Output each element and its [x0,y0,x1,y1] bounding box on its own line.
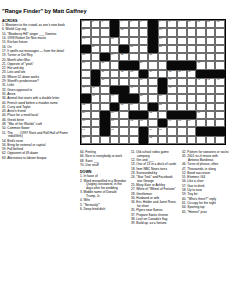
cell-number: 52 [82,104,85,107]
grid-cell[interactable]: 71 [81,136,91,144]
cell-number: 47 [169,87,172,90]
grid-cell[interactable]: 45 [91,86,101,94]
grid-cell[interactable] [119,119,129,127]
grid-cell[interactable]: 57 [110,111,120,119]
grid-cell-black [119,45,129,53]
cell-number: 66 [188,120,191,123]
cell-number: 4 [121,21,122,24]
grid-cell[interactable] [110,136,120,144]
grid-cell[interactable] [100,94,110,102]
grid-cell[interactable] [148,119,158,127]
grid-cell[interactable] [81,70,91,78]
grid-cell[interactable] [187,37,197,45]
grid-cell[interactable] [91,61,101,69]
grid-cell[interactable] [215,111,225,119]
grid-cell-black [139,127,149,135]
cell-number: 49 [111,95,114,98]
cell-number: 13 [217,21,220,24]
grid-cell[interactable]: 20 [91,45,101,53]
cell-number: 14 [82,29,85,32]
grid-cell[interactable] [177,86,187,94]
grid-cell[interactable] [177,94,187,102]
down-clue-list-3: 42. Pattern for sweaters or socks45. 200… [182,151,229,214]
grid-cell[interactable]: 41 [196,78,206,86]
grid-cell[interactable]: 8 [167,20,177,28]
grid-cell[interactable] [206,28,216,36]
cell-number: 43 [217,79,220,82]
grid-cell[interactable]: 12 [206,20,216,28]
grid-cell[interactable] [215,119,225,127]
grid-cell-black [215,70,225,78]
cell-number: 35 [169,71,172,74]
grid-cell-black [110,28,120,36]
puzzle-title: "Range Finder" by Matt Gaffney [2,8,162,14]
grid-cell[interactable] [177,103,187,111]
grid-cell[interactable] [148,86,158,94]
cell-number: 21 [130,46,133,49]
grid-cell[interactable]: 55 [158,103,168,111]
grid-cell[interactable]: 58 [148,111,158,119]
grid-cell[interactable]: 60 [81,119,91,127]
grid-cell[interactable] [206,86,216,94]
grid-cell-black [187,111,197,119]
grid-cell[interactable]: 2 [91,20,101,28]
cell-number: 5 [130,21,131,24]
cell-number: 30 [197,62,200,65]
grid-cell[interactable] [196,28,206,36]
grid-cell[interactable]: 18 [110,37,120,45]
grid-cell[interactable]: 34 [148,70,158,78]
grid-cell[interactable] [110,70,120,78]
grid-cell[interactable] [158,61,168,69]
grid-cell[interactable] [215,94,225,102]
grid-cell[interactable] [215,136,225,144]
grid-cell[interactable] [177,28,187,36]
grid-cell[interactable] [139,37,149,45]
grid-cell[interactable]: 7 [158,20,168,28]
cell-number: 67 [82,129,85,132]
grid-cell-black [129,61,139,69]
grid-cell-black [167,111,177,119]
grid-cell[interactable] [100,86,110,94]
grid-cell-black [148,20,158,28]
grid-cell-black [110,86,120,94]
grid-cell[interactable]: 1 [81,20,91,28]
grid-cell[interactable] [177,136,187,144]
grid-cell[interactable] [167,28,177,36]
cell-number: 46 [130,87,133,90]
grid-cell[interactable] [187,103,197,111]
down-clue-list: 1. In favor of2. Word misspelled in a Br… [80,175,127,211]
cell-number: 54 [130,104,133,107]
grid-cell[interactable]: 64 [167,119,177,127]
grid-cell[interactable] [91,28,101,36]
grid-cell[interactable] [206,111,216,119]
grid-cell[interactable] [91,53,101,61]
grid-cell[interactable] [100,45,110,53]
grid-cell[interactable]: 5 [129,20,139,28]
grid-cell[interactable]: 70 [158,127,168,135]
grid-cell[interactable]: 13 [215,20,225,28]
clue-number: 2. [80,179,84,183]
cell-number: 23 [82,54,85,57]
clue-item: 63. Alternative to lobster bisque [2,157,75,161]
grid-cell[interactable] [129,127,139,135]
grid-cell[interactable]: 68 [110,127,120,135]
grid-cell[interactable] [215,53,225,61]
grid-cell[interactable]: 31 [100,70,110,78]
grid-cell[interactable] [206,103,216,111]
grid-cell[interactable] [158,70,168,78]
cell-number: 69 [149,129,152,132]
clue-number: 3. [80,190,84,194]
grid-cell[interactable]: 44 [81,86,91,94]
grid-cell[interactable] [215,45,225,53]
across-clue-list: 1. Mentions to the crowd, as one's new b… [2,24,75,160]
cell-number: 56 [82,112,85,115]
grid-cell-black [177,111,187,119]
grid-cell[interactable] [215,86,225,94]
grid-cell[interactable]: 65 [177,119,187,127]
grid-cell[interactable]: 26 [148,53,158,61]
grid-cell[interactable] [215,28,225,36]
grid-cell[interactable]: 9 [177,20,187,28]
grid-cell-black [148,103,158,111]
cell-number: 45 [92,87,95,90]
grid-cell[interactable] [148,78,158,86]
grid-cell[interactable] [167,136,177,144]
cell-number: 44 [82,87,85,90]
cell-number: 17 [82,38,85,41]
grid-cell[interactable]: 17 [81,37,91,45]
cell-number: 22 [159,46,162,49]
cell-number: 27 [82,62,85,65]
grid-cell[interactable] [206,136,216,144]
grid-cell[interactable]: 19 [158,37,168,45]
grid-cell[interactable] [167,53,177,61]
grid-cell[interactable] [196,45,206,53]
grid-cell-black [158,119,168,127]
grid-cell[interactable] [110,61,120,69]
cell-number: 39 [140,79,143,82]
grid-cell[interactable]: 59 [196,111,206,119]
grid-cell-black [100,53,110,61]
grid-cell[interactable]: 46 [129,86,139,94]
grid-cell[interactable]: 23 [81,53,91,61]
grid-cell[interactable] [129,37,139,45]
grid-cell-black [196,127,206,135]
grid-cell[interactable] [158,53,168,61]
grid-cell[interactable] [139,53,149,61]
clue-item: 39. Build up, as a fortune [131,222,178,226]
grid-cell[interactable] [206,45,216,53]
grid-cell[interactable] [187,78,197,86]
cell-number: 50 [140,95,143,98]
cell-number: 11 [197,21,200,24]
grid-cell[interactable]: 51 [158,94,168,102]
cell-number: 31 [101,71,104,74]
grid-cell-black [110,103,120,111]
cell-number: 36 [178,71,181,74]
grid-cell[interactable] [129,53,139,61]
grid-cell[interactable] [187,53,197,61]
grid-cell[interactable] [91,37,101,45]
grid-cell[interactable]: 28 [100,61,110,69]
grid-cell[interactable] [215,103,225,111]
grid-cell[interactable]: 67 [81,127,91,135]
grid-cell[interactable] [206,119,216,127]
clue-column-across: ACROSS 1. Mentions to the crowd, as one'… [2,19,75,298]
grid-cell[interactable]: 40 [167,78,177,86]
grid-cell-black [139,111,149,119]
grid-cell[interactable]: 15 [119,28,129,36]
cell-number: 51 [159,95,162,98]
grid-cell[interactable] [196,53,206,61]
grid-cell-black [119,61,129,69]
grid-cell[interactable] [177,45,187,53]
grid-cell[interactable] [196,37,206,45]
clue-column-2: 64. Feeling66. Nice to everybody at work… [80,151,127,298]
grid-cell[interactable]: 22 [158,45,168,53]
cell-number: 2 [92,21,93,24]
grid-cell[interactable] [196,119,206,127]
grid-cell[interactable]: 30 [196,61,206,69]
grid-cell[interactable] [187,136,197,144]
grid-cell[interactable]: 35 [167,70,177,78]
cell-number: 28 [101,62,104,65]
grid-cell[interactable] [196,86,206,94]
grid-cell-black [100,119,110,127]
cell-number: 71 [82,137,85,140]
grid-cell[interactable] [129,78,139,86]
grid-cell[interactable] [81,78,91,86]
grid-cell[interactable] [110,78,120,86]
grid-cell[interactable] [196,103,206,111]
grid-cell[interactable]: 48 [91,94,101,102]
grid-cell[interactable]: 39 [139,78,149,86]
grid-cell[interactable]: 66 [187,119,197,127]
grid-cell[interactable]: 43 [215,78,225,86]
cell-number: 12 [207,21,210,24]
grid-cell-black [81,45,91,53]
grid-cell[interactable]: 49 [110,94,120,102]
grid-cell[interactable] [167,127,177,135]
grid-cell[interactable]: 11 [196,20,206,28]
grid-cell[interactable] [206,61,216,69]
grid-cell[interactable]: 50 [139,94,149,102]
grid-cell-black [119,86,129,94]
grid-cell[interactable] [196,136,206,144]
grid-cell-black [129,94,139,102]
cell-number: 70 [159,129,162,132]
clue-number: 6. [80,207,84,211]
grid-cell[interactable]: 63 [139,119,149,127]
grid-cell[interactable] [187,28,197,36]
grid-cell[interactable] [100,103,110,111]
grid-cell[interactable] [167,45,177,53]
grid-cell-black [148,37,158,45]
cell-number: 1 [82,21,83,24]
grid-cell[interactable] [148,94,158,102]
grid-cell[interactable] [129,136,139,144]
grid-cell[interactable]: 52 [81,103,91,111]
grid-cell[interactable] [177,37,187,45]
grid-cell[interactable]: 53 [119,103,129,111]
grid-cell[interactable] [206,94,216,102]
grid-cell-black [148,45,158,53]
cell-number: 20 [92,46,95,49]
grid-cell[interactable] [139,86,149,94]
grid-cell[interactable] [177,53,187,61]
grid-cell[interactable] [187,127,197,135]
cell-number: 68 [111,129,114,132]
grid-cell-black [148,28,158,36]
grid-cell[interactable]: 24 [110,53,120,61]
grid-cell[interactable]: 21 [129,45,139,53]
grid-cell-black [187,61,197,69]
grid-cell[interactable]: 3 [100,20,110,28]
grid-cell[interactable] [91,103,101,111]
grid-cell[interactable]: 47 [167,86,177,94]
grid-cell[interactable]: 6 [139,20,149,28]
cell-number: 15 [121,29,124,32]
grid-cell[interactable]: 25 [119,53,129,61]
grid-cell-black [91,78,101,86]
grid-cell-black [139,136,149,144]
cell-number: 59 [197,112,200,115]
clue-number: 45. [182,154,187,158]
grid-cell[interactable]: 10 [187,20,197,28]
cell-number: 37 [188,71,191,74]
grid-cell[interactable] [139,28,149,36]
grid-cell[interactable]: 16 [158,28,168,36]
grid-cell[interactable] [100,37,110,45]
clue-number: 70. [80,163,85,167]
cell-number: 8 [169,21,170,24]
cell-number: 60 [82,120,85,123]
cell-number: 6 [140,21,141,24]
clue-item: 15. Kitchen fixture [2,41,75,45]
grid-cell[interactable]: 38 [100,78,110,86]
grid-cell[interactable]: 62 [129,119,139,127]
grid-cell[interactable] [91,111,101,119]
grid-cell[interactable] [187,45,197,53]
grid-cell[interactable]: 27 [81,61,91,69]
grid-cell[interactable] [119,78,129,86]
grid-cell[interactable]: 4 [119,20,129,28]
clue-item: 51. The ___ (1997 Rock and Roll Hall of … [2,132,75,139]
grid-cell[interactable] [206,53,216,61]
clue-number: 11. [131,150,136,154]
cell-number: 72 [149,137,152,140]
cell-number: 18 [111,38,114,41]
grid-cell[interactable]: 37 [187,70,197,78]
cell-number: 16 [159,29,162,32]
grid-cell[interactable]: 33 [129,70,139,78]
grid-cell-black [100,127,110,135]
grid-cell[interactable] [206,37,216,45]
cell-number: 32 [121,71,124,74]
grid-cell[interactable] [139,103,149,111]
grid-cell[interactable]: 72 [148,136,158,144]
grid-cell[interactable] [167,37,177,45]
grid-cell[interactable]: 69 [148,127,158,135]
grid-cell-black [110,20,120,28]
grid-cell-black [196,70,206,78]
grid-cell-black [215,127,225,135]
grid-cell[interactable] [167,94,177,102]
across-clue-list-cont: 64. Feeling66. Nice to everybody at work… [80,151,127,168]
grid-cell[interactable] [187,94,197,102]
cell-number: 41 [197,79,200,82]
clue-number: 65. [182,210,187,214]
grid-cell[interactable] [167,103,177,111]
cell-number: 57 [111,112,114,115]
grid-cell[interactable] [91,119,101,127]
grid-cell[interactable] [91,127,101,135]
clue-number: 39. [131,221,136,225]
grid-cell[interactable]: 36 [177,70,187,78]
grid-cell[interactable] [119,136,129,144]
grid-cell-black [158,86,168,94]
grid-cell[interactable] [177,127,187,135]
grid-cell[interactable]: 42 [206,78,216,86]
grid-cell[interactable] [139,45,149,53]
grid-cell[interactable] [215,37,225,45]
cell-number: 64 [169,120,172,123]
grid-cell[interactable]: 14 [81,28,91,36]
crossword-page: { "game": "crossword", "title": "\"Range… [0,0,231,300]
grid-cell[interactable] [215,61,225,69]
cell-number: 29 [140,62,143,65]
grid-cell[interactable] [177,78,187,86]
grid-cell-black [206,70,216,78]
down-clue-list-2: 11. Old-school video game company12. Gin… [131,151,178,226]
grid-cell[interactable] [100,136,110,144]
clue-number: 34. [131,200,136,204]
grid-cell[interactable] [129,28,139,36]
grid-cell[interactable] [119,37,129,45]
clue-number: 24. [131,175,136,179]
grid-cell[interactable]: 32 [119,70,129,78]
grid-cell[interactable] [119,127,129,135]
grid-cell[interactable] [148,61,158,69]
cell-number: 3 [101,21,102,24]
grid-cell[interactable]: 61 [110,119,120,127]
grid-cell[interactable]: 56 [81,111,91,119]
grid-cell[interactable] [158,111,168,119]
grid-cell-black [100,111,110,119]
clue-number: 51. [2,131,7,135]
clue-item: 6. Deep-fried dish [80,208,127,212]
cell-number: 10 [188,21,191,24]
grid-cell[interactable] [187,86,197,94]
grid-cell[interactable]: 29 [139,61,149,69]
grid-cell[interactable] [119,111,129,119]
cell-number: 62 [130,120,133,123]
cell-number: 9 [178,21,179,24]
grid-cell[interactable] [91,136,101,144]
cell-number: 25 [121,54,124,57]
grid-cell-black [177,61,187,69]
grid-cell[interactable] [100,28,110,36]
grid-cell[interactable] [196,94,206,102]
cell-number: 58 [149,112,152,115]
cell-number: 65 [178,120,181,123]
grid-cell[interactable] [110,45,120,53]
grid-cell[interactable] [158,136,168,144]
grid-cell[interactable]: 54 [129,103,139,111]
